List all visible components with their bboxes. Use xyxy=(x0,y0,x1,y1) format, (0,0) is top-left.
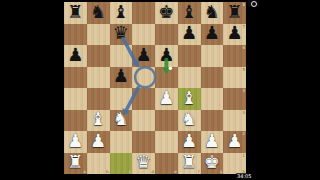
piece-white-P: ♟ xyxy=(90,132,106,150)
square-b8[interactable]: ♞ xyxy=(87,2,110,24)
file-label-c: c xyxy=(129,170,131,174)
piece-white-Q: ♛ xyxy=(136,153,152,171)
square-g6[interactable] xyxy=(201,45,224,67)
piece-black-P: ♟ xyxy=(67,46,83,64)
square-h1[interactable]: 1h xyxy=(223,153,246,175)
piece-black-P: ♟ xyxy=(204,24,220,42)
square-d5[interactable] xyxy=(132,67,155,89)
square-c3[interactable]: ♞ xyxy=(110,110,133,132)
file-label-b: b xyxy=(106,170,109,174)
rank-label-3: 3 xyxy=(242,111,245,115)
square-f6[interactable] xyxy=(178,45,201,67)
piece-white-P: ♟ xyxy=(67,132,83,150)
watch-later-badge[interactable] xyxy=(248,0,259,7)
piece-black-P: ♟ xyxy=(136,46,152,64)
thumbnail-stage: ♜♞♝♚♝♞♜8♛♟♟♟7♟♟♟6♟5♟♝4♝♞♞3♟♟♟♟♟2♜abc♛de♜… xyxy=(0,0,320,180)
chess-board: ♜♞♝♚♝♞♜8♛♟♟♟7♟♟♟6♟5♟♝4♝♞♞3♟♟♟♟♟2♜abc♛de♜… xyxy=(64,2,246,174)
square-b2[interactable]: ♟ xyxy=(87,131,110,153)
square-d3[interactable] xyxy=(132,110,155,132)
square-f8[interactable]: ♝ xyxy=(178,2,201,24)
square-d6[interactable]: ♟ xyxy=(132,45,155,67)
square-c1[interactable]: c xyxy=(110,153,133,175)
square-c5[interactable]: ♟ xyxy=(110,67,133,89)
square-a1[interactable]: ♜a xyxy=(64,153,87,175)
rank-label-2: 2 xyxy=(242,132,245,136)
piece-white-B: ♝ xyxy=(90,110,106,128)
square-c6[interactable] xyxy=(110,45,133,67)
file-label-a: a xyxy=(83,170,85,174)
piece-white-K: ♚ xyxy=(204,153,220,171)
square-h4[interactable]: 4 xyxy=(223,88,246,110)
piece-black-P: ♟ xyxy=(181,24,197,42)
piece-white-R: ♜ xyxy=(67,153,83,171)
piece-black-P: ♟ xyxy=(113,67,129,85)
square-e7[interactable] xyxy=(155,24,178,46)
square-e2[interactable] xyxy=(155,131,178,153)
square-a8[interactable]: ♜ xyxy=(64,2,87,24)
square-d4[interactable] xyxy=(132,88,155,110)
file-label-e: e xyxy=(174,170,176,174)
square-e6[interactable]: ♟ xyxy=(155,45,178,67)
square-g7[interactable]: ♟ xyxy=(201,24,224,46)
piece-black-N: ♞ xyxy=(204,3,220,21)
square-b3[interactable]: ♝ xyxy=(87,110,110,132)
square-a5[interactable] xyxy=(64,67,87,89)
piece-black-P: ♟ xyxy=(227,24,243,42)
square-h7[interactable]: ♟7 xyxy=(223,24,246,46)
square-g4[interactable] xyxy=(201,88,224,110)
square-g3[interactable] xyxy=(201,110,224,132)
square-b6[interactable] xyxy=(87,45,110,67)
square-c7[interactable]: ♛ xyxy=(110,24,133,46)
square-b7[interactable] xyxy=(87,24,110,46)
square-e3[interactable] xyxy=(155,110,178,132)
rank-label-6: 6 xyxy=(242,46,245,50)
square-g8[interactable]: ♞ xyxy=(201,2,224,24)
square-c8[interactable]: ♝ xyxy=(110,2,133,24)
square-h6[interactable]: 6 xyxy=(223,45,246,67)
rank-label-4: 4 xyxy=(242,89,245,93)
square-a4[interactable] xyxy=(64,88,87,110)
square-d2[interactable] xyxy=(132,131,155,153)
square-g1[interactable]: ♚g xyxy=(201,153,224,175)
piece-black-R: ♜ xyxy=(227,3,243,21)
square-f7[interactable]: ♟ xyxy=(178,24,201,46)
piece-black-B: ♝ xyxy=(113,3,129,21)
square-c2[interactable] xyxy=(110,131,133,153)
file-label-g: g xyxy=(220,170,223,174)
piece-black-N: ♞ xyxy=(90,3,106,21)
piece-white-R: ♜ xyxy=(181,153,197,171)
square-h5[interactable]: 5 xyxy=(223,67,246,89)
square-b1[interactable]: b xyxy=(87,153,110,175)
square-f1[interactable]: ♜f xyxy=(178,153,201,175)
square-h3[interactable]: 3 xyxy=(223,110,246,132)
square-f3[interactable]: ♞ xyxy=(178,110,201,132)
file-label-d: d xyxy=(151,170,154,174)
piece-black-Q: ♛ xyxy=(113,24,129,42)
square-d1[interactable]: ♛d xyxy=(132,153,155,175)
piece-white-P: ♟ xyxy=(158,89,174,107)
square-g2[interactable]: ♟ xyxy=(201,131,224,153)
video-duration-badge: 34:05 xyxy=(236,173,252,179)
file-label-f: f xyxy=(198,170,199,174)
square-f5[interactable] xyxy=(178,67,201,89)
square-a7[interactable] xyxy=(64,24,87,46)
square-f2[interactable]: ♟ xyxy=(178,131,201,153)
square-e1[interactable]: e xyxy=(155,153,178,175)
square-h8[interactable]: ♜8 xyxy=(223,2,246,24)
square-h2[interactable]: ♟2 xyxy=(223,131,246,153)
piece-black-B: ♝ xyxy=(181,3,197,21)
square-b5[interactable] xyxy=(87,67,110,89)
square-a3[interactable] xyxy=(64,110,87,132)
square-a6[interactable]: ♟ xyxy=(64,45,87,67)
square-d8[interactable] xyxy=(132,2,155,24)
piece-white-P: ♟ xyxy=(204,132,220,150)
rank-label-7: 7 xyxy=(242,25,245,29)
piece-black-R: ♜ xyxy=(67,3,83,21)
piece-white-B: ♝ xyxy=(181,89,197,107)
square-a2[interactable]: ♟ xyxy=(64,131,87,153)
rank-label-8: 8 xyxy=(242,3,245,7)
square-g5[interactable] xyxy=(201,67,224,89)
piece-white-P: ♟ xyxy=(227,132,243,150)
rank-label-5: 5 xyxy=(242,68,245,72)
piece-black-K: ♚ xyxy=(158,3,174,21)
square-e4[interactable]: ♟ xyxy=(155,88,178,110)
piece-black-P: ♟ xyxy=(158,46,174,64)
square-e8[interactable]: ♚ xyxy=(155,2,178,24)
clock-icon xyxy=(251,1,257,7)
square-e5[interactable] xyxy=(155,67,178,89)
piece-white-N: ♞ xyxy=(181,110,197,128)
square-d7[interactable] xyxy=(132,24,155,46)
piece-white-P: ♟ xyxy=(181,132,197,150)
square-f4[interactable]: ♝ xyxy=(178,88,201,110)
piece-white-N: ♞ xyxy=(113,110,129,128)
rank-label-1: 1 xyxy=(242,154,245,158)
square-c4[interactable] xyxy=(110,88,133,110)
square-b4[interactable] xyxy=(87,88,110,110)
